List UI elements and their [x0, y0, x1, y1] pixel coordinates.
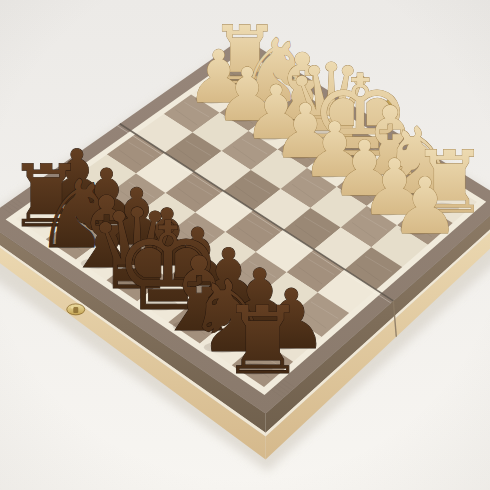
photo-backdrop: chess Wooden folding chess set photograp… — [0, 0, 490, 490]
vignette — [0, 0, 490, 490]
chess-set-photo: chess Wooden folding chess set photograp… — [0, 0, 490, 490]
